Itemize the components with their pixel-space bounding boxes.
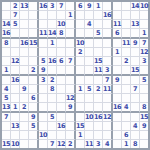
cell-r2c16-empty[interactable] (140, 11, 148, 20)
cell-r3c14-empty[interactable] (122, 20, 131, 29)
cell-r11c11-empty[interactable] (94, 94, 103, 103)
cell-r9c6-given[interactable]: 2 (48, 76, 57, 85)
cell-r10c3-given[interactable]: 9 (20, 85, 29, 94)
cell-r13c5-empty[interactable] (39, 113, 48, 122)
cell-r5c5-empty[interactable] (39, 39, 48, 48)
cell-r16c11-given[interactable]: 3 (94, 140, 103, 148)
cell-r10c4-empty[interactable] (29, 85, 39, 94)
cell-r9c13-given[interactable]: 9 (113, 76, 122, 85)
cell-r12c10-empty[interactable] (85, 103, 94, 113)
cell-r14c9-given[interactable]: 15 (76, 122, 85, 131)
cell-r3c7-given[interactable]: 10 (57, 20, 66, 29)
cell-r4c2-empty[interactable] (11, 29, 20, 39)
cell-r1c15-given[interactable]: 14 (131, 2, 140, 11)
cell-r14c7-given[interactable]: 16 (57, 122, 66, 131)
cell-r6c9-given[interactable]: 2 (76, 48, 85, 57)
cell-r16c13-empty[interactable] (113, 140, 122, 148)
cell-r15c4-empty[interactable] (29, 131, 39, 140)
cell-r14c1-empty[interactable] (2, 122, 11, 131)
cell-r16c5-empty[interactable] (39, 140, 48, 148)
cell-r13c9-empty[interactable] (76, 113, 85, 122)
cell-r12c2-given[interactable]: 1 (11, 103, 20, 113)
cell-r11c8-given[interactable]: 12 (66, 94, 76, 103)
cell-r7c2-given[interactable]: 12 (11, 57, 20, 66)
cell-r13c1-given[interactable]: 7 (2, 113, 11, 122)
cell-r4c4-empty[interactable] (29, 29, 39, 39)
cell-r8c11-given[interactable]: 11 (94, 66, 103, 76)
cell-r16c6-given[interactable]: 7 (48, 140, 57, 148)
cell-r9c2-given[interactable]: 16 (11, 76, 20, 85)
cell-r3c16-empty[interactable] (140, 20, 148, 29)
cell-r5c10-empty[interactable] (85, 39, 94, 48)
cell-r14c5-empty[interactable] (39, 122, 48, 131)
cell-r4c1-given[interactable]: 16 (2, 29, 11, 39)
cell-r8c10-empty[interactable] (85, 66, 94, 76)
cell-r15c9-given[interactable]: 1 (76, 131, 85, 140)
cell-r15c13-empty[interactable] (113, 131, 122, 140)
cell-r2c15-empty[interactable] (131, 11, 140, 20)
cell-r1c14-empty[interactable] (122, 2, 131, 11)
cell-r8c15-given[interactable]: 15 (131, 66, 140, 76)
cell-r6c10-empty[interactable] (85, 48, 94, 57)
cell-r6c14-empty[interactable] (122, 48, 131, 57)
cell-r6c12-empty[interactable] (103, 48, 113, 57)
cell-r2c13-empty[interactable] (113, 11, 122, 20)
cell-r5c4-given[interactable]: 15 (29, 39, 39, 48)
cell-r9c14-empty[interactable] (122, 76, 131, 85)
cell-r2c10-empty[interactable] (85, 11, 94, 20)
cell-r12c9-empty[interactable] (76, 103, 85, 113)
cell-r15c1-empty[interactable] (2, 131, 11, 140)
cell-r16c7-given[interactable]: 12 (57, 140, 66, 148)
cell-r11c2-empty[interactable] (11, 94, 20, 103)
cell-r16c2-given[interactable]: 10 (11, 140, 20, 148)
cell-r14c6-empty[interactable] (48, 122, 57, 131)
cell-r6c2-empty[interactable] (11, 48, 20, 57)
cell-r5c8-empty[interactable] (66, 39, 76, 48)
cell-r12c16-given[interactable]: 8 (140, 103, 148, 113)
cell-r10c5-empty[interactable] (39, 85, 48, 94)
cell-r6c1-empty[interactable] (2, 48, 11, 57)
cell-r7c1-empty[interactable] (2, 57, 11, 66)
cell-r14c2-given[interactable]: 13 (11, 122, 20, 131)
cell-r13c13-empty[interactable] (113, 113, 122, 122)
cell-r11c1-given[interactable]: 5 (2, 94, 11, 103)
cell-r7c7-given[interactable]: 6 (57, 57, 66, 66)
cell-r3c5-empty[interactable] (39, 20, 48, 29)
cell-r11c3-empty[interactable] (20, 94, 29, 103)
cell-r6c6-empty[interactable] (48, 48, 57, 57)
cell-r9c11-empty[interactable] (94, 76, 103, 85)
cell-r2c4-empty[interactable] (29, 11, 39, 20)
cell-r11c7-empty[interactable] (57, 94, 66, 103)
cell-r11c6-empty[interactable] (48, 94, 57, 103)
cell-r16c12-given[interactable]: 4 (103, 140, 113, 148)
cell-r15c5-given[interactable]: 10 (39, 131, 48, 140)
cell-r2c6-empty[interactable] (48, 11, 57, 20)
cell-r1c2-given[interactable]: 2 (11, 2, 20, 11)
cell-r2c7-empty[interactable] (57, 11, 66, 20)
cell-r5c6-given[interactable]: 1 (48, 39, 57, 48)
cell-r2c9-empty[interactable] (76, 11, 85, 20)
cell-r7c9-empty[interactable] (76, 57, 85, 66)
cell-r12c8-given[interactable]: 9 (66, 103, 76, 113)
cell-r12c14-given[interactable]: 4 (122, 103, 131, 113)
cell-r3c1-given[interactable]: 14 (2, 20, 11, 29)
cell-r9c3-empty[interactable] (20, 76, 29, 85)
cell-r4c7-given[interactable]: 8 (57, 29, 66, 39)
cell-r4c3-empty[interactable] (20, 29, 29, 39)
cell-r9c8-empty[interactable] (66, 76, 76, 85)
cell-r7c15-empty[interactable] (131, 57, 140, 66)
cell-r5c11-empty[interactable] (94, 39, 103, 48)
cell-r5c2-empty[interactable] (11, 39, 20, 48)
cell-r8c8-empty[interactable] (66, 66, 76, 76)
cell-r6c8-empty[interactable] (66, 48, 76, 57)
cell-r8c3-empty[interactable] (20, 66, 29, 76)
cell-r9c9-empty[interactable] (76, 76, 85, 85)
cell-r16c8-given[interactable]: 2 (66, 140, 76, 148)
cell-r8c12-given[interactable]: 3 (103, 66, 113, 76)
cell-r1c1-empty[interactable] (2, 2, 11, 11)
cell-r13c6-given[interactable]: 5 (48, 113, 57, 122)
cell-r6c5-empty[interactable] (39, 48, 48, 57)
cell-r6c13-given[interactable]: 1 (113, 48, 122, 57)
cell-r1c7-given[interactable]: 7 (57, 2, 66, 11)
cell-r7c3-empty[interactable] (20, 57, 29, 66)
cell-r3c15-given[interactable]: 13 (131, 20, 140, 29)
cell-r13c11-given[interactable]: 16 (94, 113, 103, 122)
cell-r2c2-given[interactable]: 7 (11, 11, 20, 20)
cell-r5c3-given[interactable]: 16 (20, 39, 29, 48)
cell-r1c4-empty[interactable] (29, 2, 39, 11)
cell-r14c15-given[interactable]: 4 (131, 122, 140, 131)
cell-r12c1-given[interactable]: 13 (2, 103, 11, 113)
cell-r14c3-empty[interactable] (20, 122, 29, 131)
cell-r9c5-given[interactable]: 3 (39, 76, 48, 85)
cell-r3c13-given[interactable]: 11 (113, 20, 122, 29)
cell-r12c11-empty[interactable] (94, 103, 103, 113)
cell-r4c12-empty[interactable] (103, 29, 113, 39)
cell-r8c5-given[interactable]: 9 (39, 66, 48, 76)
cell-r10c14-empty[interactable] (122, 85, 131, 94)
cell-r4c13-given[interactable]: 6 (113, 29, 122, 39)
cell-r15c14-given[interactable]: 6 (122, 131, 131, 140)
cell-r11c12-empty[interactable] (103, 94, 113, 103)
cell-r10c13-empty[interactable] (113, 85, 122, 94)
cell-r8c13-empty[interactable] (113, 66, 122, 76)
cell-r4c11-given[interactable]: 5 (94, 29, 103, 39)
cell-r11c4-given[interactable]: 6 (29, 94, 39, 103)
cell-r7c5-given[interactable]: 5 (39, 57, 48, 66)
cell-r14c11-empty[interactable] (94, 122, 103, 131)
cell-r3c6-empty[interactable] (48, 20, 57, 29)
cell-r16c14-given[interactable]: 1 (122, 140, 131, 148)
cell-r13c3-empty[interactable] (20, 113, 29, 122)
cell-r10c10-given[interactable]: 5 (85, 85, 94, 94)
cell-r3c4-empty[interactable] (29, 20, 39, 29)
cell-r13c14-empty[interactable] (122, 113, 131, 122)
cell-r10c15-given[interactable]: 7 (131, 85, 140, 94)
cell-r14c12-empty[interactable] (103, 122, 113, 131)
cell-r5c15-given[interactable]: 9 (131, 39, 140, 48)
cell-r10c16-empty[interactable] (140, 85, 148, 94)
cell-r12c13-given[interactable]: 16 (113, 103, 122, 113)
cell-r8c7-empty[interactable] (57, 66, 66, 76)
cell-r15c11-empty[interactable] (94, 131, 103, 140)
cell-r16c10-given[interactable]: 11 (85, 140, 94, 148)
cell-r15c7-empty[interactable] (57, 131, 66, 140)
cell-r15c16-empty[interactable] (140, 131, 148, 140)
cell-r13c4-given[interactable]: 9 (29, 113, 39, 122)
cell-r2c12-given[interactable]: 16 (103, 11, 113, 20)
cell-r15c8-empty[interactable] (66, 131, 76, 140)
cell-r5c14-given[interactable]: 11 (122, 39, 131, 48)
cell-r16c4-empty[interactable] (29, 140, 39, 148)
cell-r11c15-empty[interactable] (131, 94, 140, 103)
cell-r7c8-given[interactable]: 7 (66, 57, 76, 66)
cell-r1c16-given[interactable]: 10 (140, 2, 148, 11)
cell-r10c6-given[interactable]: 8 (48, 85, 57, 94)
cell-r12c4-empty[interactable] (29, 103, 39, 113)
cell-r10c12-given[interactable]: 11 (103, 85, 113, 94)
cell-r11c16-empty[interactable] (140, 94, 148, 103)
cell-r9c1-empty[interactable] (2, 76, 11, 85)
cell-r6c4-empty[interactable] (29, 48, 39, 57)
cell-r14c14-empty[interactable] (122, 122, 131, 131)
cell-r10c2-empty[interactable] (11, 85, 20, 94)
cell-r5c9-given[interactable]: 10 (76, 39, 85, 48)
cell-r5c16-given[interactable]: 7 (140, 39, 148, 48)
cell-r13c8-empty[interactable] (66, 113, 76, 122)
cell-r7c10-empty[interactable] (85, 57, 94, 66)
cell-r5c12-empty[interactable] (103, 39, 113, 48)
cell-r14c10-empty[interactable] (85, 122, 94, 131)
cell-r3c12-empty[interactable] (103, 20, 113, 29)
cell-r2c5-empty[interactable] (39, 11, 48, 20)
cell-r11c14-empty[interactable] (122, 94, 131, 103)
cell-r9c12-given[interactable]: 7 (103, 76, 113, 85)
cell-r7c12-empty[interactable] (103, 57, 113, 66)
cell-r3c8-empty[interactable] (66, 20, 76, 29)
cell-r10c7-empty[interactable] (57, 85, 66, 94)
cell-r7c16-given[interactable]: 3 (140, 57, 148, 66)
cell-r12c15-empty[interactable] (131, 103, 140, 113)
cell-r8c16-empty[interactable] (140, 66, 148, 76)
cell-r3c10-given[interactable]: 4 (85, 20, 94, 29)
cell-r9c7-empty[interactable] (57, 76, 66, 85)
cell-r1c8-empty[interactable] (66, 2, 76, 11)
cell-r14c4-given[interactable]: 5 (29, 122, 39, 131)
cell-r15c15-empty[interactable] (131, 131, 140, 140)
cell-r7c13-empty[interactable] (113, 57, 122, 66)
cell-r5c1-given[interactable]: 8 (2, 39, 11, 48)
cell-r12c3-given[interactable]: 2 (20, 103, 29, 113)
cell-r1c10-given[interactable]: 9 (85, 2, 94, 11)
cell-r1c9-given[interactable]: 6 (76, 2, 85, 11)
cell-r13c7-empty[interactable] (57, 113, 66, 122)
cell-r8c14-empty[interactable] (122, 66, 131, 76)
cell-r2c14-empty[interactable] (122, 11, 131, 20)
cell-r7c4-empty[interactable] (29, 57, 39, 66)
cell-r4c10-empty[interactable] (85, 29, 94, 39)
cell-r4c9-empty[interactable] (76, 29, 85, 39)
cell-r13c10-given[interactable]: 10 (85, 113, 94, 122)
cell-r5c13-empty[interactable] (113, 39, 122, 48)
cell-r10c1-given[interactable]: 4 (2, 85, 11, 94)
cell-r3c3-empty[interactable] (20, 20, 29, 29)
cell-r7c14-given[interactable]: 2 (122, 57, 131, 66)
cell-r3c2-given[interactable]: 5 (11, 20, 20, 29)
cell-r16c16-empty[interactable] (140, 140, 148, 148)
cell-r16c3-empty[interactable] (20, 140, 29, 148)
cell-r15c10-empty[interactable] (85, 131, 94, 140)
cell-r14c16-given[interactable]: 9 (140, 122, 148, 131)
cell-r8c1-given[interactable]: 1 (2, 66, 11, 76)
cell-r2c11-empty[interactable] (94, 11, 103, 20)
cell-r10c11-given[interactable]: 2 (94, 85, 103, 94)
cell-r14c13-empty[interactable] (113, 122, 122, 131)
cell-r11c13-empty[interactable] (113, 94, 122, 103)
cell-r8c2-empty[interactable] (11, 66, 20, 76)
cell-r10c8-empty[interactable] (66, 85, 76, 94)
cell-r1c3-given[interactable]: 13 (20, 2, 29, 11)
cell-r11c5-empty[interactable] (39, 94, 48, 103)
cell-r1c11-given[interactable]: 1 (94, 2, 103, 11)
cell-r6c3-empty[interactable] (20, 48, 29, 57)
cell-r4c8-empty[interactable] (66, 29, 76, 39)
cell-r7c11-given[interactable]: 15 (94, 57, 103, 66)
cell-r7c6-given[interactable]: 16 (48, 57, 57, 66)
cell-r16c1-given[interactable]: 15 (2, 140, 11, 148)
cell-r10c9-given[interactable]: 1 (76, 85, 85, 94)
cell-r3c11-empty[interactable] (94, 20, 103, 29)
cell-r11c10-empty[interactable] (85, 94, 94, 103)
cell-r6c15-empty[interactable] (131, 48, 140, 57)
cell-r13c2-empty[interactable] (11, 113, 20, 122)
cell-r2c1-empty[interactable] (2, 11, 11, 20)
cell-r13c16-given[interactable]: 15 (140, 113, 148, 122)
cell-r13c12-given[interactable]: 12 (103, 113, 113, 122)
cell-r9c10-empty[interactable] (85, 76, 94, 85)
cell-r11c9-empty[interactable] (76, 94, 85, 103)
cell-r4c6-given[interactable]: 14 (48, 29, 57, 39)
cell-r15c12-empty[interactable] (103, 131, 113, 140)
cell-r3c9-empty[interactable] (76, 20, 85, 29)
cell-r2c3-empty[interactable] (20, 11, 29, 20)
cell-r15c3-empty[interactable] (20, 131, 29, 140)
cell-r12c6-empty[interactable] (48, 103, 57, 113)
cell-r8c6-empty[interactable] (48, 66, 57, 76)
cell-r1c6-given[interactable]: 3 (48, 2, 57, 11)
cell-r6c16-given[interactable]: 12 (140, 48, 148, 57)
cell-r16c15-given[interactable]: 8 (131, 140, 140, 148)
cell-r14c8-empty[interactable] (66, 122, 76, 131)
cell-r8c4-given[interactable]: 2 (29, 66, 39, 76)
cell-r6c7-empty[interactable] (57, 48, 66, 57)
cell-r9c4-empty[interactable] (29, 76, 39, 85)
cell-r4c5-given[interactable]: 11 (39, 29, 48, 39)
cell-r8c9-empty[interactable] (76, 66, 85, 76)
cell-r4c16-given[interactable]: 1 (140, 29, 148, 39)
cell-r2c8-given[interactable]: 1 (66, 11, 76, 20)
cell-r1c13-empty[interactable] (113, 2, 122, 11)
cell-r1c5-given[interactable]: 16 (39, 2, 48, 11)
sudoku-board: 2131637691141071161451041113161114856181… (0, 0, 150, 150)
cell-r1c12-empty[interactable] (103, 2, 113, 11)
cell-r16c9-empty[interactable] (76, 140, 85, 148)
cell-r5c7-empty[interactable] (57, 39, 66, 48)
cell-r9c15-empty[interactable] (131, 76, 140, 85)
cell-r15c2-empty[interactable] (11, 131, 20, 140)
cell-r12c7-empty[interactable] (57, 103, 66, 113)
cell-r4c15-empty[interactable] (131, 29, 140, 39)
cell-r4c14-empty[interactable] (122, 29, 131, 39)
cell-r6c11-empty[interactable] (94, 48, 103, 57)
cell-r15c6-empty[interactable] (48, 131, 57, 140)
cell-r13c15-empty[interactable] (131, 113, 140, 122)
cell-r12c12-empty[interactable] (103, 103, 113, 113)
cell-r12c5-empty[interactable] (39, 103, 48, 113)
cell-r9c16-given[interactable]: 5 (140, 76, 148, 85)
